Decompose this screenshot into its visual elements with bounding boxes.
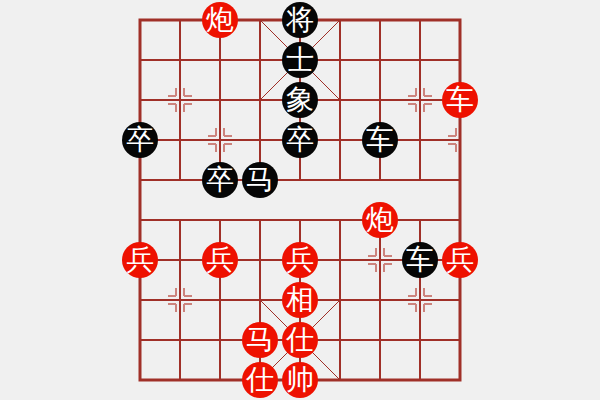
- piece-red-soldier[interactable]: 兵: [122, 242, 158, 278]
- board-point: 将: [280, 0, 320, 40]
- board-point: 士: [280, 40, 320, 80]
- board-point: 卒: [280, 120, 320, 160]
- piece-black-chariot[interactable]: 车: [362, 122, 398, 158]
- board-point: 卒: [120, 120, 160, 160]
- piece-black-soldier[interactable]: 卒: [202, 162, 238, 198]
- piece-black-elephant[interactable]: 象: [282, 82, 318, 118]
- board-point: 炮: [200, 0, 240, 40]
- piece-red-elephant[interactable]: 相: [282, 282, 318, 318]
- board-point: 车: [360, 120, 400, 160]
- piece-red-soldier[interactable]: 兵: [282, 242, 318, 278]
- board-point: 马: [240, 320, 280, 360]
- board-point: 马: [240, 160, 280, 200]
- board-point: 仕: [240, 360, 280, 400]
- board-point: 仕: [280, 320, 320, 360]
- piece-black-general[interactable]: 将: [282, 2, 318, 38]
- piece-black-horse[interactable]: 马: [242, 162, 278, 198]
- piece-black-soldier[interactable]: 卒: [282, 122, 318, 158]
- piece-red-general[interactable]: 帅: [282, 362, 318, 398]
- board-point: 相: [280, 280, 320, 320]
- piece-red-soldier[interactable]: 兵: [442, 242, 478, 278]
- piece-black-advisor[interactable]: 士: [282, 42, 318, 78]
- piece-red-cannon[interactable]: 炮: [202, 2, 238, 38]
- board-point: 兵: [440, 240, 480, 280]
- xiangqi-board: 炮将士象车卒卒车卒马炮兵兵兵车兵相马仕仕帅: [0, 0, 600, 400]
- board-point: 炮: [360, 200, 400, 240]
- piece-red-chariot[interactable]: 车: [442, 82, 478, 118]
- piece-red-cannon[interactable]: 炮: [362, 202, 398, 238]
- board-grid: 炮将士象车卒卒车卒马炮兵兵兵车兵相马仕仕帅: [120, 0, 480, 400]
- board-point: 车: [440, 80, 480, 120]
- board-point: 兵: [120, 240, 160, 280]
- board-point: 车: [400, 240, 440, 280]
- board-point: 卒: [200, 160, 240, 200]
- piece-red-advisor[interactable]: 仕: [282, 322, 318, 358]
- piece-black-chariot[interactable]: 车: [402, 242, 438, 278]
- piece-red-horse[interactable]: 马: [242, 322, 278, 358]
- piece-black-soldier[interactable]: 卒: [122, 122, 158, 158]
- piece-red-soldier[interactable]: 兵: [202, 242, 238, 278]
- piece-red-advisor[interactable]: 仕: [242, 362, 278, 398]
- board-point: 兵: [200, 240, 240, 280]
- board-point: 帅: [280, 360, 320, 400]
- board-point: 象: [280, 80, 320, 120]
- board-point: 兵: [280, 240, 320, 280]
